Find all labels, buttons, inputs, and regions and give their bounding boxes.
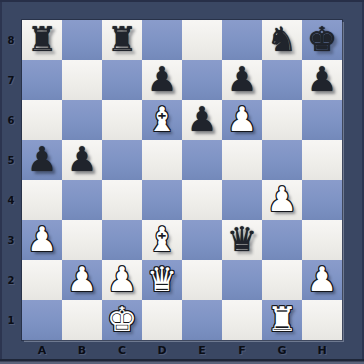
square-b8[interactable]: [62, 20, 102, 60]
square-c6[interactable]: [102, 100, 142, 140]
square-g4[interactable]: ♟: [262, 180, 302, 220]
square-g1[interactable]: ♜: [262, 300, 302, 340]
rank-labels: 87654321: [0, 20, 22, 340]
square-c1[interactable]: ♚: [102, 300, 142, 340]
file-label-a: A: [22, 340, 62, 360]
square-b3[interactable]: [62, 220, 102, 260]
square-h6[interactable]: [302, 100, 342, 140]
square-a3[interactable]: ♟: [22, 220, 62, 260]
file-label-f: F: [222, 340, 262, 360]
square-a6[interactable]: [22, 100, 62, 140]
piece-white-pawn[interactable]: ♟: [267, 182, 297, 216]
square-b4[interactable]: [62, 180, 102, 220]
rank-label-3: 3: [0, 220, 22, 260]
square-g6[interactable]: [262, 100, 302, 140]
file-label-b: B: [62, 340, 102, 360]
square-c5[interactable]: [102, 140, 142, 180]
piece-black-pawn[interactable]: ♟: [147, 62, 177, 96]
piece-black-pawn[interactable]: ♟: [227, 62, 257, 96]
piece-white-bishop[interactable]: ♝: [147, 102, 177, 136]
file-label-c: C: [102, 340, 142, 360]
square-g5[interactable]: [262, 140, 302, 180]
square-a8[interactable]: ♜: [22, 20, 62, 60]
square-f5[interactable]: [222, 140, 262, 180]
square-e8[interactable]: [182, 20, 222, 60]
piece-white-pawn[interactable]: ♟: [27, 222, 57, 256]
square-h8[interactable]: ♚: [302, 20, 342, 60]
square-a5[interactable]: ♟: [22, 140, 62, 180]
square-d3[interactable]: ♝: [142, 220, 182, 260]
square-c2[interactable]: ♟: [102, 260, 142, 300]
chess-board: ♜♜♞♚♟♟♟♝♟♟♟♟♟♟♝♛♟♟♛♟♚♜: [22, 20, 342, 340]
file-label-d: D: [142, 340, 182, 360]
square-d6[interactable]: ♝: [142, 100, 182, 140]
square-f2[interactable]: [222, 260, 262, 300]
rank-label-1: 1: [0, 300, 22, 340]
square-g8[interactable]: ♞: [262, 20, 302, 60]
square-c3[interactable]: [102, 220, 142, 260]
square-e7[interactable]: [182, 60, 222, 100]
square-g7[interactable]: [262, 60, 302, 100]
piece-white-pawn[interactable]: ♟: [67, 262, 97, 296]
square-g2[interactable]: [262, 260, 302, 300]
square-h5[interactable]: [302, 140, 342, 180]
rank-label-4: 4: [0, 180, 22, 220]
square-c4[interactable]: [102, 180, 142, 220]
square-a1[interactable]: [22, 300, 62, 340]
square-b5[interactable]: ♟: [62, 140, 102, 180]
square-e1[interactable]: [182, 300, 222, 340]
piece-white-pawn[interactable]: ♟: [307, 262, 337, 296]
file-label-h: H: [302, 340, 342, 360]
square-e4[interactable]: [182, 180, 222, 220]
rank-label-7: 7: [0, 60, 22, 100]
piece-white-queen[interactable]: ♛: [147, 262, 177, 296]
chessboard-frame: ♜♜♞♚♟♟♟♝♟♟♟♟♟♟♝♛♟♟♛♟♚♜ 87654321 ABCDEFGH: [0, 0, 364, 364]
square-e3[interactable]: [182, 220, 222, 260]
square-h1[interactable]: [302, 300, 342, 340]
square-a4[interactable]: [22, 180, 62, 220]
square-f1[interactable]: [222, 300, 262, 340]
piece-black-queen[interactable]: ♛: [227, 222, 257, 256]
square-g3[interactable]: [262, 220, 302, 260]
square-h7[interactable]: ♟: [302, 60, 342, 100]
square-f4[interactable]: [222, 180, 262, 220]
square-d1[interactable]: [142, 300, 182, 340]
piece-black-rook[interactable]: ♜: [107, 22, 137, 56]
square-e6[interactable]: ♟: [182, 100, 222, 140]
rank-label-2: 2: [0, 260, 22, 300]
piece-white-pawn[interactable]: ♟: [107, 262, 137, 296]
piece-black-pawn[interactable]: ♟: [307, 62, 337, 96]
square-f6[interactable]: ♟: [222, 100, 262, 140]
piece-black-rook[interactable]: ♜: [27, 22, 57, 56]
piece-black-pawn[interactable]: ♟: [187, 102, 217, 136]
square-f7[interactable]: ♟: [222, 60, 262, 100]
piece-black-king[interactable]: ♚: [307, 22, 337, 56]
square-f3[interactable]: ♛: [222, 220, 262, 260]
square-c7[interactable]: [102, 60, 142, 100]
square-f8[interactable]: [222, 20, 262, 60]
square-b2[interactable]: ♟: [62, 260, 102, 300]
square-b7[interactable]: [62, 60, 102, 100]
square-d4[interactable]: [142, 180, 182, 220]
square-h3[interactable]: [302, 220, 342, 260]
piece-black-pawn[interactable]: ♟: [27, 142, 57, 176]
rank-label-8: 8: [0, 20, 22, 60]
square-a2[interactable]: [22, 260, 62, 300]
piece-white-bishop[interactable]: ♝: [147, 222, 177, 256]
square-e5[interactable]: [182, 140, 222, 180]
piece-white-king[interactable]: ♚: [107, 302, 137, 336]
square-a7[interactable]: [22, 60, 62, 100]
square-b6[interactable]: [62, 100, 102, 140]
square-h4[interactable]: [302, 180, 342, 220]
file-label-g: G: [262, 340, 302, 360]
rank-label-6: 6: [0, 100, 22, 140]
piece-white-rook[interactable]: ♜: [267, 302, 297, 336]
piece-white-pawn[interactable]: ♟: [227, 102, 257, 136]
square-e2[interactable]: [182, 260, 222, 300]
square-h2[interactable]: ♟: [302, 260, 342, 300]
square-d5[interactable]: [142, 140, 182, 180]
square-c8[interactable]: ♜: [102, 20, 142, 60]
file-labels: ABCDEFGH: [22, 340, 342, 360]
square-d8[interactable]: [142, 20, 182, 60]
square-d2[interactable]: ♛: [142, 260, 182, 300]
rank-label-5: 5: [0, 140, 22, 180]
file-label-e: E: [182, 340, 222, 360]
square-d7[interactable]: ♟: [142, 60, 182, 100]
piece-black-knight[interactable]: ♞: [267, 22, 297, 56]
piece-black-pawn[interactable]: ♟: [67, 142, 97, 176]
square-b1[interactable]: [62, 300, 102, 340]
